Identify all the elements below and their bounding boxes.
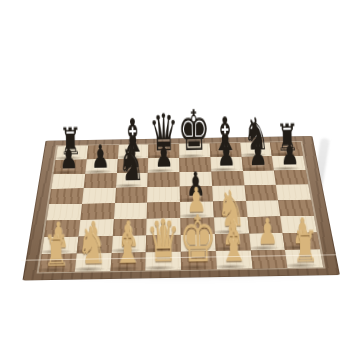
square-f7[interactable]: ♟ [210,157,242,172]
square-d7[interactable]: ♟ [148,158,180,173]
product-photo-stage: ♜♝♛♚♝♞♜♟♟♟♟♟♟♟♞♟♟♞♟♟♟♟♟♟♟♜♞♝♛♚♝♜ [0,0,360,360]
black-pawn-piece[interactable]: ♟ [248,140,267,170]
square-d5[interactable] [147,187,180,203]
square-a6[interactable] [51,174,85,189]
square-c5[interactable] [115,187,148,203]
square-g7[interactable]: ♟ [241,156,274,171]
black-pawn-piece[interactable]: ♟ [59,143,78,173]
square-h7[interactable]: ♟ [272,156,305,171]
square-b6[interactable] [83,173,116,188]
square-g2[interactable]: ♟ [249,233,285,251]
perspective-scene: ♜♝♛♚♝♞♜♟♟♟♟♟♟♟♞♟♟♞♟♟♟♟♟♟♟♜♞♝♛♚♝♜ [0,0,360,360]
square-e8[interactable]: ♚ [179,143,210,157]
square-b7[interactable]: ♟ [85,159,117,174]
square-b5[interactable] [82,188,116,204]
chess-board[interactable]: ♜♝♛♚♝♞♜♟♟♟♟♟♟♟♞♟♟♞♟♟♟♟♟♟♟♜♞♝♛♚♝♜ [39,142,323,272]
black-king-piece[interactable]: ♚ [177,105,211,157]
square-d6[interactable] [148,172,180,187]
square-a5[interactable] [49,188,83,204]
square-g6[interactable] [243,170,277,185]
black-pawn-piece[interactable]: ♟ [280,140,299,170]
black-pawn-piece[interactable]: ♟ [154,142,173,172]
black-knight-piece[interactable]: ♞ [117,144,145,187]
square-c6[interactable]: ♞ [116,172,148,187]
black-pawn-piece[interactable]: ♟ [217,141,236,171]
white-pawn-piece[interactable]: ♟ [257,217,278,250]
black-pawn-piece[interactable]: ♟ [91,143,110,173]
square-g5[interactable] [244,185,278,201]
square-h5[interactable] [276,184,311,200]
square-h6[interactable] [274,170,308,185]
